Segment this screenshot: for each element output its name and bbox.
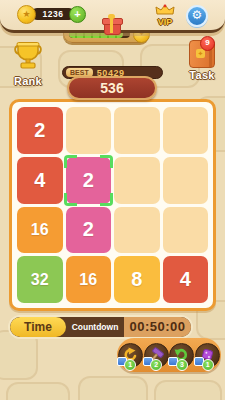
empty-cell: [163, 207, 209, 254]
task-book-icon: ✦ 9: [189, 40, 215, 68]
tile-32[interactable]: 32: [17, 256, 63, 303]
tile-16[interactable]: 16: [66, 256, 112, 303]
hammer-count-badge: 2: [150, 359, 162, 371]
gift-box-icon[interactable]: [103, 16, 120, 33]
game-screen: ★ 1236 + VIP ⚙ ✦ Rank: [0, 0, 225, 400]
tile-16[interactable]: 16: [17, 207, 63, 254]
vip-label: VIP: [148, 17, 182, 27]
settings-button[interactable]: ⚙: [186, 5, 208, 27]
stone-decoration: [6, 382, 70, 400]
tile-2[interactable]: 2: [66, 157, 112, 204]
empty-cell: [114, 207, 160, 254]
trophy-icon: [12, 40, 44, 70]
rank-label: Rank: [6, 75, 50, 87]
tile-4[interactable]: 4: [17, 157, 63, 204]
game-board[interactable]: 242162321684: [9, 99, 216, 311]
empty-cell: [114, 107, 160, 154]
selection-corner: [64, 155, 77, 168]
hammer-powerup-button[interactable]: 2: [144, 343, 169, 368]
empty-cell: [66, 107, 112, 154]
empty-cell: [163, 107, 209, 154]
magic-count-badge: 1: [202, 359, 214, 371]
vip-button[interactable]: VIP: [148, 1, 182, 27]
stone-decoration: [78, 376, 148, 400]
task-button[interactable]: ✦ 9 Task: [183, 40, 221, 81]
swap-count-badge: 3: [176, 359, 188, 371]
powerup-bar: 1 2 3: [117, 338, 221, 372]
task-count-badge: 9: [200, 36, 215, 51]
gear-icon: ⚙: [192, 8, 203, 22]
tile-2[interactable]: 2: [66, 207, 112, 254]
magic-powerup-button[interactable]: 1: [195, 343, 220, 368]
swap-powerup-button[interactable]: 3: [169, 343, 194, 368]
rank-button[interactable]: Rank: [6, 40, 50, 87]
timer-bar: Time Countdown 00:50:00: [8, 315, 193, 339]
task-label: Task: [183, 69, 221, 81]
tile-4[interactable]: 4: [163, 256, 209, 303]
undo-count-badge: 1: [124, 359, 136, 371]
empty-cell: [163, 157, 209, 204]
timer-mode: Countdown: [66, 317, 124, 337]
current-score-banner: 536: [67, 76, 157, 100]
crown-icon: [155, 4, 175, 15]
coin-icon: ★: [17, 5, 36, 24]
tile-grid: 242162321684: [17, 107, 208, 303]
timer-label: Time: [10, 317, 66, 337]
add-coins-button[interactable]: +: [69, 6, 86, 23]
selection-corner: [64, 193, 77, 206]
tile-8[interactable]: 8: [114, 256, 160, 303]
empty-cell: [114, 157, 160, 204]
selection-corner: [100, 193, 113, 206]
tile-2[interactable]: 2: [17, 107, 63, 154]
undo-powerup-button[interactable]: 1: [118, 343, 143, 368]
selection-corner: [100, 155, 113, 168]
timer-value: 00:50:00: [124, 317, 191, 337]
stone-decoration: [154, 380, 222, 400]
